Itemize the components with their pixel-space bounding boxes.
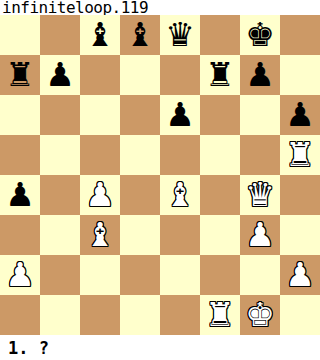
square-a5[interactable]	[0, 135, 40, 175]
black-king-icon: ♚	[245, 15, 275, 55]
square-e8[interactable]: ♛	[160, 15, 200, 55]
square-c4[interactable]: ♟	[80, 175, 120, 215]
square-a1[interactable]	[0, 295, 40, 335]
square-f6[interactable]	[200, 95, 240, 135]
move-prompt-bar: 1. ?	[0, 335, 320, 360]
square-g3[interactable]: ♟	[240, 215, 280, 255]
square-g6[interactable]	[240, 95, 280, 135]
square-f2[interactable]	[200, 255, 240, 295]
square-a3[interactable]	[0, 215, 40, 255]
square-a6[interactable]	[0, 95, 40, 135]
square-f5[interactable]	[200, 135, 240, 175]
black-bishop-icon: ♝	[125, 15, 155, 55]
square-b7[interactable]: ♟	[40, 55, 80, 95]
square-g2[interactable]	[240, 255, 280, 295]
square-g8[interactable]: ♚	[240, 15, 280, 55]
square-h5[interactable]: ♜	[280, 135, 320, 175]
black-rook-icon: ♜	[205, 55, 235, 95]
square-c2[interactable]	[80, 255, 120, 295]
square-c3[interactable]: ♝	[80, 215, 120, 255]
square-e1[interactable]	[160, 295, 200, 335]
chess-board: ♝♝♛♚♜♟♜♟♟♟♜♟♟♝♛♝♟♟♟♜♚	[0, 15, 320, 335]
puzzle-title-bar: infiniteloop.119	[0, 0, 320, 15]
square-h6[interactable]: ♟	[280, 95, 320, 135]
square-b4[interactable]	[40, 175, 80, 215]
square-d4[interactable]	[120, 175, 160, 215]
square-c1[interactable]	[80, 295, 120, 335]
square-f7[interactable]: ♜	[200, 55, 240, 95]
square-g4[interactable]: ♛	[240, 175, 280, 215]
square-c8[interactable]: ♝	[80, 15, 120, 55]
square-c5[interactable]	[80, 135, 120, 175]
square-b8[interactable]	[40, 15, 80, 55]
square-f1[interactable]: ♜	[200, 295, 240, 335]
square-a8[interactable]	[0, 15, 40, 55]
square-h3[interactable]	[280, 215, 320, 255]
square-d5[interactable]	[120, 135, 160, 175]
chess-puzzle-window: infiniteloop.119 ♝♝♛♚♜♟♜♟♟♟♜♟♟♝♛♝♟♟♟♜♚ 1…	[0, 0, 320, 360]
black-pawn-icon: ♟	[245, 55, 275, 95]
black-bishop-icon: ♝	[85, 15, 115, 55]
square-a4[interactable]: ♟	[0, 175, 40, 215]
square-h1[interactable]	[280, 295, 320, 335]
square-g1[interactable]: ♚	[240, 295, 280, 335]
white-queen-icon: ♛	[245, 175, 275, 215]
square-f3[interactable]	[200, 215, 240, 255]
black-pawn-icon: ♟	[285, 95, 315, 135]
square-e7[interactable]	[160, 55, 200, 95]
square-f8[interactable]	[200, 15, 240, 55]
puzzle-title: infiniteloop.119	[2, 0, 148, 15]
square-a7[interactable]: ♜	[0, 55, 40, 95]
white-king-icon: ♚	[245, 295, 275, 335]
move-prompt: 1. ?	[8, 338, 49, 358]
square-h7[interactable]	[280, 55, 320, 95]
square-h2[interactable]: ♟	[280, 255, 320, 295]
square-d6[interactable]	[120, 95, 160, 135]
square-d7[interactable]	[120, 55, 160, 95]
square-h4[interactable]	[280, 175, 320, 215]
square-d1[interactable]	[120, 295, 160, 335]
black-pawn-icon: ♟	[165, 95, 195, 135]
white-pawn-icon: ♟	[5, 255, 35, 295]
square-e6[interactable]: ♟	[160, 95, 200, 135]
square-e2[interactable]	[160, 255, 200, 295]
square-d3[interactable]	[120, 215, 160, 255]
square-f4[interactable]	[200, 175, 240, 215]
square-e5[interactable]	[160, 135, 200, 175]
square-e3[interactable]	[160, 215, 200, 255]
black-pawn-icon: ♟	[5, 175, 35, 215]
white-pawn-icon: ♟	[85, 175, 115, 215]
black-queen-icon: ♛	[165, 15, 195, 55]
square-a2[interactable]: ♟	[0, 255, 40, 295]
square-b5[interactable]	[40, 135, 80, 175]
white-rook-icon: ♜	[205, 295, 235, 335]
white-rook-icon: ♜	[285, 135, 315, 175]
square-d2[interactable]	[120, 255, 160, 295]
white-pawn-icon: ♟	[245, 215, 275, 255]
white-bishop-icon: ♝	[165, 175, 195, 215]
square-b2[interactable]	[40, 255, 80, 295]
square-g5[interactable]	[240, 135, 280, 175]
square-g7[interactable]: ♟	[240, 55, 280, 95]
white-pawn-icon: ♟	[285, 255, 315, 295]
square-h8[interactable]	[280, 15, 320, 55]
black-rook-icon: ♜	[5, 55, 35, 95]
square-d8[interactable]: ♝	[120, 15, 160, 55]
white-bishop-icon: ♝	[85, 215, 115, 255]
square-e4[interactable]: ♝	[160, 175, 200, 215]
black-pawn-icon: ♟	[45, 55, 75, 95]
square-b6[interactable]	[40, 95, 80, 135]
square-b1[interactable]	[40, 295, 80, 335]
square-c7[interactable]	[80, 55, 120, 95]
square-c6[interactable]	[80, 95, 120, 135]
square-b3[interactable]	[40, 215, 80, 255]
